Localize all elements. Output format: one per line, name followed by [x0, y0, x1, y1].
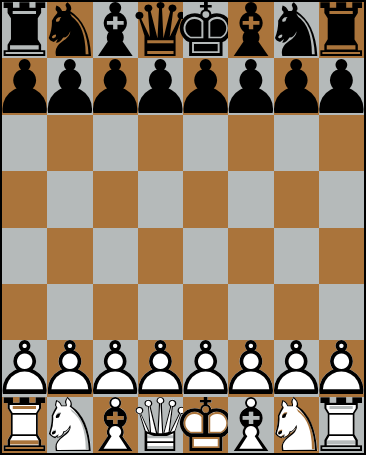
square-f4[interactable] — [228, 228, 273, 284]
square-g6[interactable] — [274, 115, 319, 171]
square-g4[interactable] — [274, 228, 319, 284]
square-h5[interactable] — [319, 171, 364, 227]
piece-white-rook[interactable]: ♜♖ — [319, 397, 364, 453]
square-e6[interactable] — [183, 115, 228, 171]
square-a4[interactable] — [2, 228, 47, 284]
square-h6[interactable] — [319, 115, 364, 171]
square-f6[interactable] — [228, 115, 273, 171]
square-c5[interactable] — [93, 171, 138, 227]
square-e5[interactable] — [183, 171, 228, 227]
square-g5[interactable] — [274, 171, 319, 227]
square-a6[interactable] — [2, 115, 47, 171]
black-piece-fill: ♟︎ — [319, 58, 364, 114]
chess-board: ♜♞♝♛♚♝♞♜♟︎♟︎♟︎♟︎♟︎♟︎♟︎♟︎♟︎♙︎♟︎♙︎♟︎♙︎♟︎♙︎… — [0, 0, 366, 455]
square-b4[interactable] — [47, 228, 92, 284]
square-b6[interactable] — [47, 115, 92, 171]
square-h1[interactable]: ♜♖ — [319, 397, 364, 453]
square-c6[interactable] — [93, 115, 138, 171]
square-d5[interactable] — [138, 171, 183, 227]
square-f5[interactable] — [228, 171, 273, 227]
square-d6[interactable] — [138, 115, 183, 171]
square-c4[interactable] — [93, 228, 138, 284]
square-h4[interactable] — [319, 228, 364, 284]
square-h7[interactable]: ♟︎ — [319, 58, 364, 114]
piece-black-pawn[interactable]: ♟︎ — [319, 58, 364, 114]
square-a5[interactable] — [2, 171, 47, 227]
square-d4[interactable] — [138, 228, 183, 284]
square-e4[interactable] — [183, 228, 228, 284]
white-piece-outline: ♖ — [319, 397, 364, 453]
square-b5[interactable] — [47, 171, 92, 227]
